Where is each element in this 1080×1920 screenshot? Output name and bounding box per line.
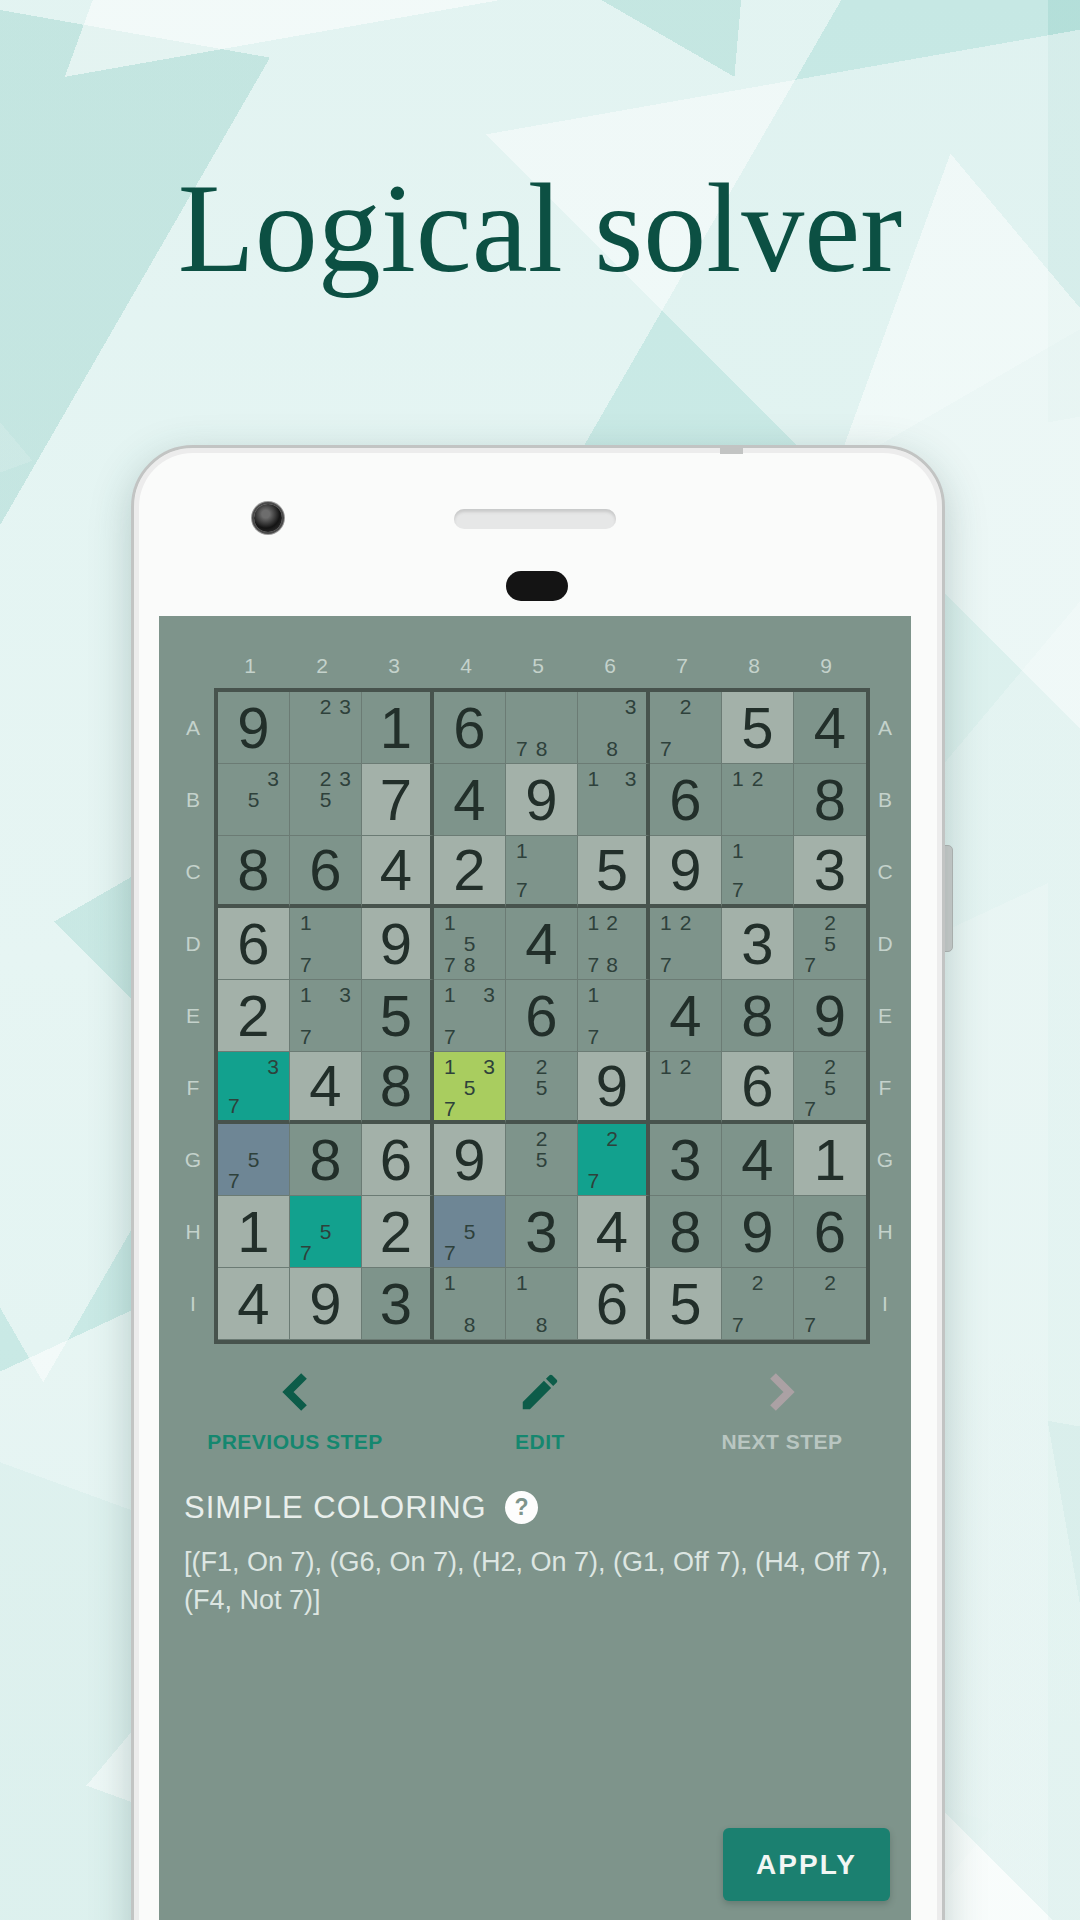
pencil-marks: 78 (506, 692, 577, 763)
cell-value: 2 (453, 841, 485, 899)
cell-F9[interactable]: 257 (794, 1052, 866, 1124)
cell-value: 1 (380, 699, 412, 757)
cell-value: 4 (453, 771, 485, 829)
strategy-detail-line: (F4, Not 7)] (184, 1581, 900, 1619)
pencil-mark-2: 2 (532, 1128, 552, 1149)
pencil-marks: 57 (434, 1196, 505, 1267)
pencil-mark-8: 8 (460, 954, 480, 975)
cell-value: 4 (741, 1131, 773, 1189)
pencil-mark-1: 1 (296, 912, 316, 933)
chevron-right-icon (762, 1369, 802, 1415)
cell-D2[interactable]: 17 (290, 908, 362, 980)
pencil-marks: 35 (218, 764, 289, 835)
col-label-9: 9 (790, 654, 862, 678)
cell-I8[interactable]: 27 (722, 1268, 794, 1340)
cell-C1[interactable]: 8 (218, 836, 290, 908)
pencil-mark-5: 5 (244, 1149, 264, 1170)
pencil-mark-7: 7 (800, 1314, 820, 1335)
cell-G4[interactable]: 9 (434, 1124, 506, 1196)
pencil-marks: 27 (650, 692, 721, 763)
cell-B8[interactable]: 12 (722, 764, 794, 836)
antenna-line (720, 445, 743, 454)
cell-D4[interactable]: 1578 (434, 908, 506, 980)
cell-F3[interactable]: 8 (362, 1052, 434, 1124)
cell-C7[interactable]: 9 (650, 836, 722, 908)
cell-value: 8 (814, 771, 846, 829)
pencil-marks: 17 (290, 908, 361, 979)
pencil-mark-5: 5 (532, 1077, 552, 1098)
row-label-E: E (181, 980, 205, 1052)
cell-E5[interactable]: 6 (506, 980, 578, 1052)
cell-H6[interactable]: 4 (578, 1196, 650, 1268)
cell-I6[interactable]: 6 (578, 1268, 650, 1340)
pencil-mark-7: 7 (440, 1026, 460, 1047)
pencil-mark-1: 1 (512, 840, 532, 861)
cell-H9[interactable]: 6 (794, 1196, 866, 1268)
cell-value: 8 (741, 987, 773, 1045)
cell-B5[interactable]: 9 (506, 764, 578, 836)
pencil-marks: 13 (578, 764, 646, 835)
pencil-mark-7: 7 (440, 954, 460, 975)
row-label-B: B (873, 764, 897, 836)
cell-value: 6 (596, 1275, 628, 1333)
cell-H2[interactable]: 57 (290, 1196, 362, 1268)
cell-D9[interactable]: 257 (794, 908, 866, 980)
cell-value: 3 (669, 1131, 701, 1189)
pencil-mark-5: 5 (316, 789, 336, 810)
cell-A3[interactable]: 1 (362, 692, 434, 764)
previous-step-button[interactable]: PREVIOUS STEP (185, 1369, 405, 1454)
cell-value: 4 (309, 1057, 341, 1115)
pencil-marks: 27 (578, 1124, 646, 1195)
cell-value: 6 (237, 915, 269, 973)
edit-label: EDIT (515, 1430, 565, 1454)
cell-B6[interactable]: 13 (578, 764, 650, 836)
pencil-mark-5: 5 (460, 1221, 480, 1242)
pencil-mark-2: 2 (676, 1056, 696, 1077)
cell-value: 9 (596, 1057, 628, 1115)
pencil-mark-1: 1 (584, 984, 603, 1005)
cell-E2[interactable]: 137 (290, 980, 362, 1052)
row-label-C: C (181, 836, 205, 908)
cell-B9[interactable]: 8 (794, 764, 866, 836)
cell-value: 5 (741, 699, 773, 757)
pencil-mark-8: 8 (460, 1314, 480, 1335)
cell-G1[interactable]: 57 (218, 1124, 290, 1196)
cell-E4[interactable]: 137 (434, 980, 506, 1052)
cell-value: 6 (380, 1131, 412, 1189)
row-label-H: H (181, 1196, 205, 1268)
cell-G3[interactable]: 6 (362, 1124, 434, 1196)
cell-value: 3 (380, 1275, 412, 1333)
cell-B3[interactable]: 7 (362, 764, 434, 836)
row-label-D: D (873, 908, 897, 980)
pencil-mark-7: 7 (584, 1170, 603, 1191)
cell-B7[interactable]: 6 (650, 764, 722, 836)
pencil-marks: 137 (434, 980, 505, 1051)
row-label-B: B (181, 764, 205, 836)
pencil-mark-1: 1 (296, 984, 316, 1005)
strategy-name: SIMPLE COLORING (184, 1490, 487, 1526)
pencil-marks: 257 (794, 908, 866, 979)
cell-E6[interactable]: 17 (578, 980, 650, 1052)
cell-value: 4 (525, 915, 557, 973)
pencil-mark-7: 7 (224, 1170, 244, 1191)
cell-B4[interactable]: 4 (434, 764, 506, 836)
pencil-marks: 17 (578, 980, 646, 1051)
pencil-mark-2: 2 (820, 1272, 840, 1293)
cell-H4[interactable]: 57 (434, 1196, 506, 1268)
pencil-mark-3: 3 (263, 768, 283, 789)
cell-F7[interactable]: 12 (650, 1052, 722, 1124)
pencil-mark-3: 3 (621, 768, 640, 789)
pencil-mark-8: 8 (532, 1314, 552, 1335)
cell-value: 9 (669, 841, 701, 899)
chevron-left-icon (275, 1369, 315, 1415)
cell-E3[interactable]: 5 (362, 980, 434, 1052)
row-label-G: G (873, 1124, 897, 1196)
cell-value: 6 (669, 771, 701, 829)
pencil-mark-1: 1 (440, 984, 460, 1005)
cell-I9[interactable]: 27 (794, 1268, 866, 1340)
cell-C5[interactable]: 17 (506, 836, 578, 908)
cell-A2[interactable]: 23 (290, 692, 362, 764)
pencil-mark-1: 1 (512, 1272, 532, 1293)
cell-C4[interactable]: 2 (434, 836, 506, 908)
cell-value: 8 (669, 1203, 701, 1261)
cell-H8[interactable]: 9 (722, 1196, 794, 1268)
pencil-mark-2: 2 (316, 696, 336, 717)
pencil-mark-7: 7 (440, 1242, 460, 1263)
col-label-3: 3 (358, 654, 430, 678)
cell-value: 2 (380, 1203, 412, 1261)
cell-I4[interactable]: 18 (434, 1268, 506, 1340)
cell-F8[interactable]: 6 (722, 1052, 794, 1124)
pencil-mark-7: 7 (512, 738, 532, 759)
cell-D6[interactable]: 1278 (578, 908, 650, 980)
next-step-label: NEXT STEP (721, 1430, 842, 1454)
row-label-D: D (181, 908, 205, 980)
cell-F6[interactable]: 9 (578, 1052, 650, 1124)
cell-value: 5 (380, 987, 412, 1045)
pencil-mark-2: 2 (676, 912, 696, 933)
cell-D8[interactable]: 3 (722, 908, 794, 980)
cell-value: 4 (237, 1275, 269, 1333)
pencil-mark-2: 2 (748, 1272, 768, 1293)
apply-button[interactable]: APPLY (723, 1828, 890, 1901)
pencil-marks: 17 (506, 836, 577, 904)
cell-A1[interactable]: 9 (218, 692, 290, 764)
cell-B2[interactable]: 235 (290, 764, 362, 836)
phone-frame: 123456789 ABCDEFGHI ABCDEFGHI 9231678382… (131, 445, 945, 1920)
pencil-marks: 18 (434, 1268, 505, 1339)
strategy-detail-line: [(F1, On 7), (G6, On 7), (H2, On 7), (G1… (184, 1543, 900, 1581)
pencil-marks: 57 (290, 1196, 361, 1267)
cell-E9[interactable]: 9 (794, 980, 866, 1052)
pencil-marks: 1357 (434, 1052, 505, 1120)
pencil-mark-7: 7 (296, 1026, 316, 1047)
pencil-mark-1: 1 (728, 768, 748, 789)
row-label-C: C (873, 836, 897, 908)
pencil-mark-2: 2 (748, 768, 768, 789)
cell-I3[interactable]: 3 (362, 1268, 434, 1340)
pencil-marks: 127 (650, 908, 721, 979)
pencil-mark-7: 7 (296, 1242, 316, 1263)
pencil-mark-5: 5 (244, 789, 264, 810)
pencil-mark-7: 7 (584, 1026, 603, 1047)
cell-I2[interactable]: 9 (290, 1268, 362, 1340)
col-label-4: 4 (430, 654, 502, 678)
row-label-I: I (181, 1268, 205, 1340)
cell-I5[interactable]: 18 (506, 1268, 578, 1340)
cell-A7[interactable]: 27 (650, 692, 722, 764)
pencil-mark-7: 7 (440, 1098, 460, 1119)
row-label-A: A (873, 692, 897, 764)
cell-I7[interactable]: 5 (650, 1268, 722, 1340)
cell-value: 9 (237, 699, 269, 757)
pencil-marks: 257 (794, 1052, 866, 1120)
pencil-marks: 27 (794, 1268, 866, 1339)
pencil-mark-5: 5 (460, 933, 480, 954)
pencil-icon (517, 1369, 563, 1415)
cell-value: 9 (309, 1275, 341, 1333)
app-screen: 123456789 ABCDEFGHI ABCDEFGHI 9231678382… (159, 616, 911, 1920)
col-label-6: 6 (574, 654, 646, 678)
cell-value: 4 (669, 987, 701, 1045)
cell-value: 1 (814, 1131, 846, 1189)
cell-G9[interactable]: 1 (794, 1124, 866, 1196)
pencil-mark-2: 2 (603, 912, 622, 933)
row-label-I: I (873, 1268, 897, 1340)
cell-H7[interactable]: 8 (650, 1196, 722, 1268)
cell-C9[interactable]: 3 (794, 836, 866, 908)
cell-value: 9 (814, 987, 846, 1045)
pencil-marks: 12 (650, 1052, 721, 1120)
pencil-mark-3: 3 (335, 696, 355, 717)
pencil-mark-3: 3 (479, 984, 499, 1005)
cell-A9[interactable]: 4 (794, 692, 866, 764)
pencil-mark-7: 7 (728, 1314, 748, 1335)
cell-C6[interactable]: 5 (578, 836, 650, 908)
edit-button[interactable]: EDIT (430, 1369, 650, 1454)
cell-D3[interactable]: 9 (362, 908, 434, 980)
pencil-mark-2: 2 (820, 912, 840, 933)
cell-G2[interactable]: 8 (290, 1124, 362, 1196)
cell-H3[interactable]: 2 (362, 1196, 434, 1268)
strategy-detail: [(F1, On 7), (G6, On 7), (H2, On 7), (G1… (184, 1543, 900, 1619)
pencil-mark-1: 1 (440, 1272, 460, 1293)
cell-value: 7 (380, 771, 412, 829)
help-icon[interactable]: ? (505, 1491, 538, 1524)
cell-value: 1 (237, 1203, 269, 1261)
cell-E8[interactable]: 8 (722, 980, 794, 1052)
cell-D1[interactable]: 6 (218, 908, 290, 980)
cell-C3[interactable]: 4 (362, 836, 434, 908)
row-label-H: H (873, 1196, 897, 1268)
pencil-mark-5: 5 (532, 1149, 552, 1170)
cell-F1[interactable]: 37 (218, 1052, 290, 1124)
col-label-5: 5 (502, 654, 574, 678)
pencil-mark-1: 1 (584, 912, 603, 933)
cell-A4[interactable]: 6 (434, 692, 506, 764)
cell-value: 3 (814, 841, 846, 899)
pencil-mark-3: 3 (263, 1056, 283, 1077)
row-labels-left: ABCDEFGHI (181, 692, 205, 1340)
cell-value: 6 (525, 987, 557, 1045)
pencil-marks: 57 (218, 1124, 289, 1195)
sudoku-grid: 9231678382754352357491361288642175917361… (214, 688, 870, 1344)
pencil-mark-7: 7 (296, 954, 316, 975)
cell-value: 6 (309, 841, 341, 899)
cell-value: 4 (380, 841, 412, 899)
cell-I1[interactable]: 4 (218, 1268, 290, 1340)
pencil-mark-2: 2 (820, 1056, 840, 1077)
row-label-E: E (873, 980, 897, 1052)
pencil-mark-3: 3 (335, 984, 355, 1005)
pencil-mark-1: 1 (728, 840, 748, 861)
pencil-mark-7: 7 (656, 738, 676, 759)
cell-value: 8 (237, 841, 269, 899)
pencil-mark-5: 5 (316, 1221, 336, 1242)
pencil-mark-5: 5 (820, 933, 840, 954)
pencil-mark-8: 8 (532, 738, 552, 759)
cell-C2[interactable]: 6 (290, 836, 362, 908)
cell-value: 8 (380, 1057, 412, 1115)
cell-value: 3 (525, 1203, 557, 1261)
pencil-marks: 25 (506, 1124, 577, 1195)
pencil-mark-1: 1 (440, 1056, 460, 1077)
pencil-mark-3: 3 (621, 696, 640, 717)
cell-value: 6 (814, 1203, 846, 1261)
row-label-G: G (181, 1124, 205, 1196)
cell-H5[interactable]: 3 (506, 1196, 578, 1268)
cell-G7[interactable]: 3 (650, 1124, 722, 1196)
pencil-mark-7: 7 (512, 879, 532, 900)
cell-value: 5 (596, 841, 628, 899)
cell-value: 2 (237, 987, 269, 1045)
pencil-marks: 17 (722, 836, 793, 904)
row-label-F: F (181, 1052, 205, 1124)
row-label-F: F (873, 1052, 897, 1124)
pencil-marks: 18 (506, 1268, 577, 1339)
earpiece-speaker (454, 509, 616, 529)
pencil-mark-2: 2 (532, 1056, 552, 1077)
page-title: Logical solver (0, 160, 1080, 299)
cell-D5[interactable]: 4 (506, 908, 578, 980)
pencil-marks: 25 (506, 1052, 577, 1120)
cell-value: 6 (741, 1057, 773, 1115)
cell-C8[interactable]: 17 (722, 836, 794, 908)
pencil-mark-7: 7 (800, 1098, 820, 1119)
cell-value: 3 (741, 915, 773, 973)
col-label-7: 7 (646, 654, 718, 678)
pencil-marks: 37 (218, 1052, 289, 1120)
cell-G6[interactable]: 27 (578, 1124, 650, 1196)
cell-value: 9 (453, 1131, 485, 1189)
cell-A5[interactable]: 78 (506, 692, 578, 764)
row-labels-right: ABCDEFGHI (873, 692, 897, 1340)
col-label-2: 2 (286, 654, 358, 678)
cell-F4[interactable]: 1357 (434, 1052, 506, 1124)
pencil-mark-3: 3 (335, 768, 355, 789)
pencil-mark-1: 1 (656, 912, 676, 933)
cell-E1[interactable]: 2 (218, 980, 290, 1052)
pencil-marks: 27 (722, 1268, 793, 1339)
cell-value: 5 (669, 1275, 701, 1333)
pencil-mark-1: 1 (584, 768, 603, 789)
cell-value: 9 (741, 1203, 773, 1261)
pencil-mark-7: 7 (728, 879, 748, 900)
cell-E7[interactable]: 4 (650, 980, 722, 1052)
pencil-mark-2: 2 (316, 768, 336, 789)
pencil-marks: 23 (290, 692, 361, 763)
pencil-mark-8: 8 (603, 738, 622, 759)
cell-value: 4 (596, 1203, 628, 1261)
cell-value: 4 (814, 699, 846, 757)
pencil-marks: 137 (290, 980, 361, 1051)
cell-A8[interactable]: 5 (722, 692, 794, 764)
cell-A6[interactable]: 38 (578, 692, 650, 764)
pencil-marks: 1278 (578, 908, 646, 979)
pencil-marks: 38 (578, 692, 646, 763)
pencil-mark-7: 7 (656, 954, 676, 975)
pencil-marks: 235 (290, 764, 361, 835)
previous-step-label: PREVIOUS STEP (207, 1430, 383, 1454)
col-label-8: 8 (718, 654, 790, 678)
row-label-A: A (181, 692, 205, 764)
pencil-mark-3: 3 (479, 1056, 499, 1077)
sensor-pill (506, 571, 568, 601)
cell-F5[interactable]: 25 (506, 1052, 578, 1124)
pencil-mark-8: 8 (603, 954, 622, 975)
pencil-mark-5: 5 (460, 1077, 480, 1098)
cell-value: 9 (525, 771, 557, 829)
pencil-mark-2: 2 (603, 1128, 622, 1149)
pencil-mark-5: 5 (820, 1077, 840, 1098)
front-camera (254, 504, 282, 532)
column-labels: 123456789 (214, 654, 862, 678)
next-step-button[interactable]: NEXT STEP (672, 1369, 892, 1454)
pencil-marks: 12 (722, 764, 793, 835)
cell-value: 8 (309, 1131, 341, 1189)
pencil-mark-1: 1 (656, 1056, 676, 1077)
pencil-mark-7: 7 (800, 954, 820, 975)
cell-D7[interactable]: 127 (650, 908, 722, 980)
cell-G8[interactable]: 4 (722, 1124, 794, 1196)
pencil-mark-1: 1 (440, 912, 460, 933)
cell-B1[interactable]: 35 (218, 764, 290, 836)
pencil-mark-2: 2 (676, 696, 696, 717)
cell-H1[interactable]: 1 (218, 1196, 290, 1268)
cell-F2[interactable]: 4 (290, 1052, 362, 1124)
cell-G5[interactable]: 25 (506, 1124, 578, 1196)
col-label-1: 1 (214, 654, 286, 678)
pencil-mark-7: 7 (584, 954, 603, 975)
cell-value: 6 (453, 699, 485, 757)
pencil-mark-7: 7 (224, 1095, 244, 1116)
cell-value: 9 (380, 915, 412, 973)
pencil-marks: 1578 (434, 908, 505, 979)
